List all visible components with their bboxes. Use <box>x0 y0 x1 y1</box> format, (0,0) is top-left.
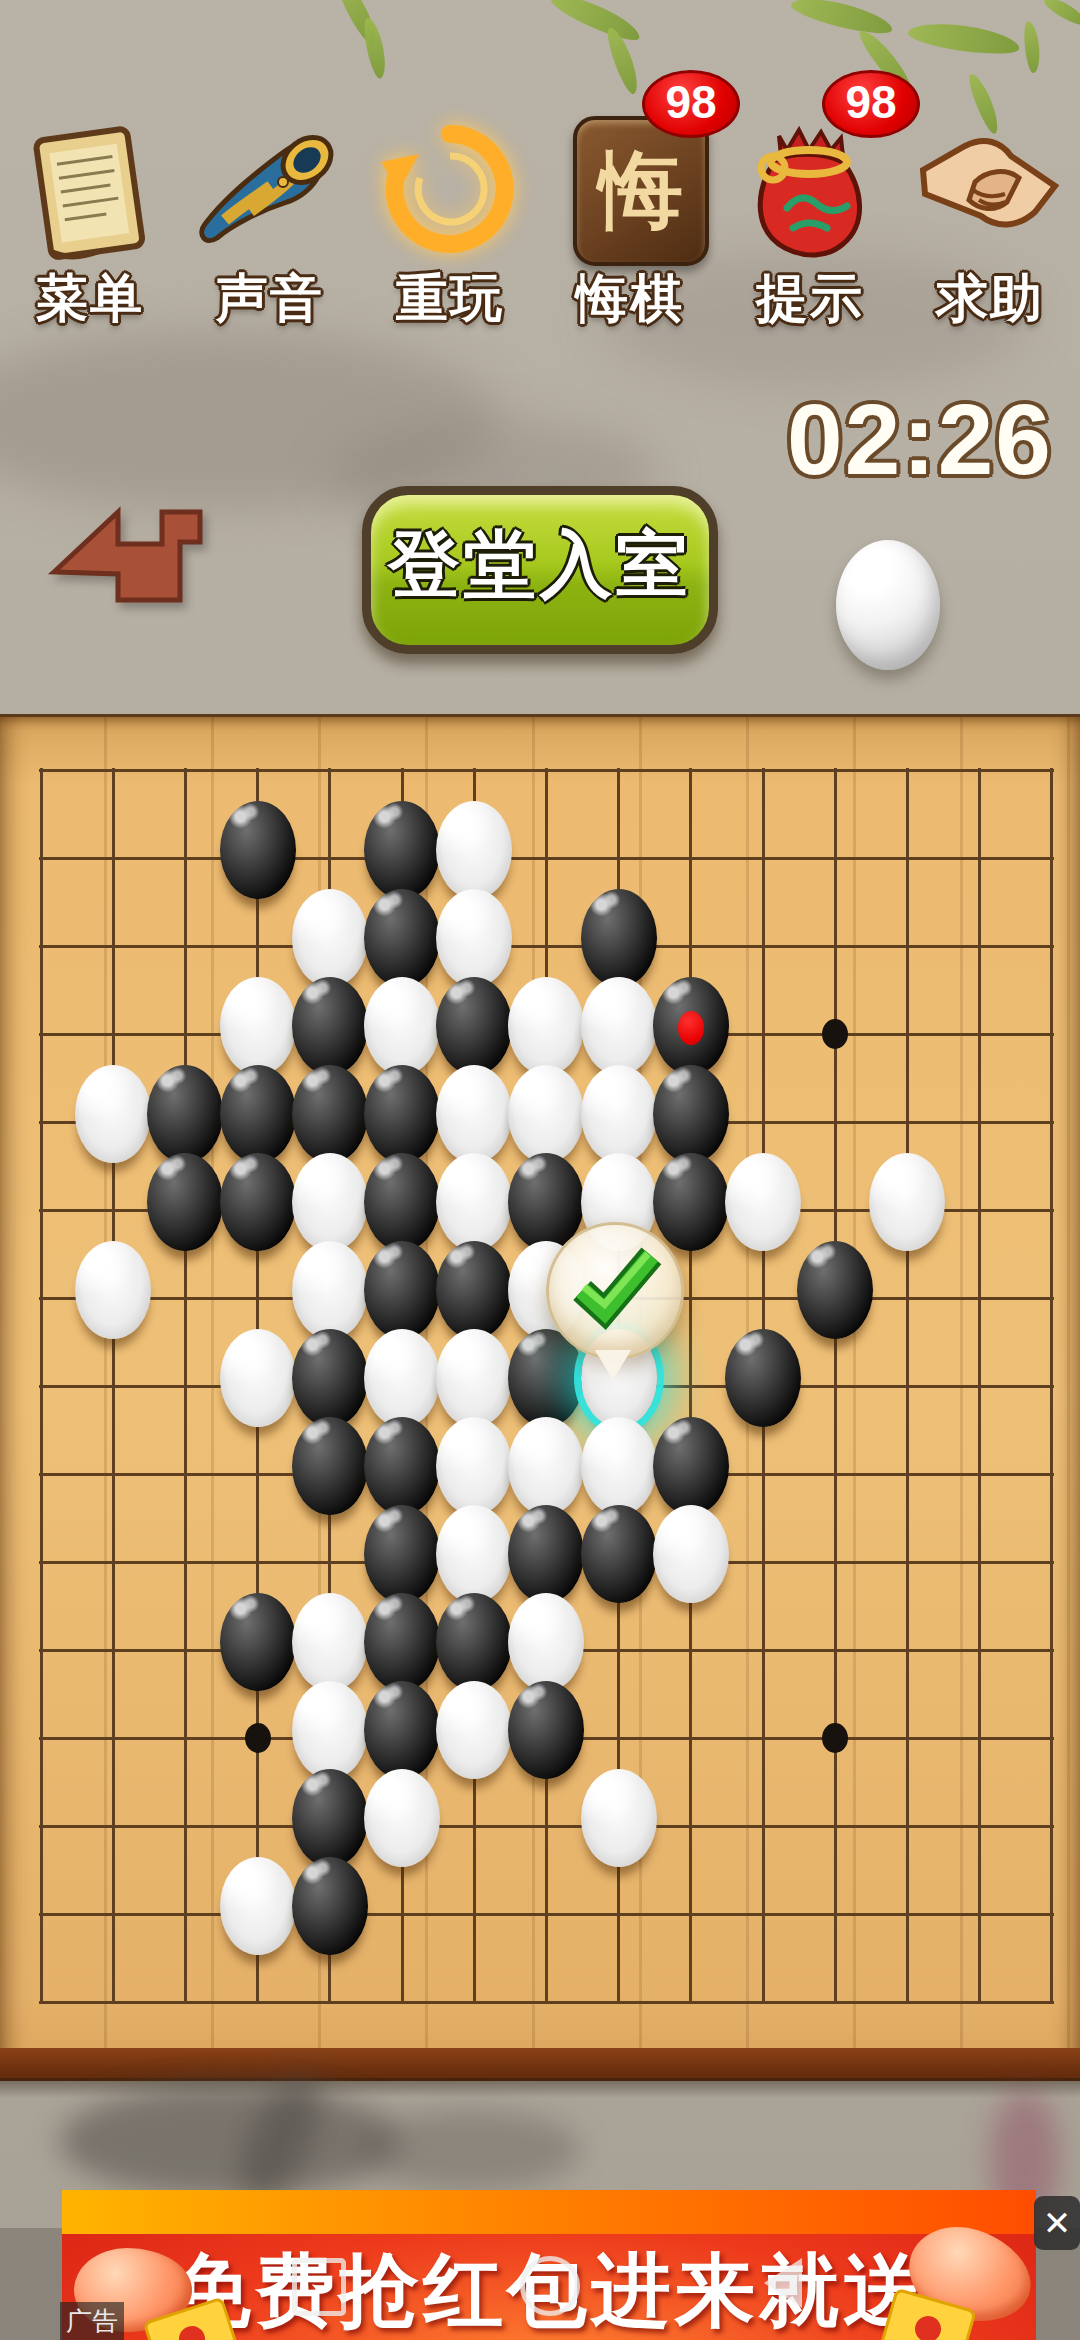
sound-label: 声音 <box>180 264 360 334</box>
game-timer: 02:26 <box>780 382 1060 497</box>
next-player-white-stone <box>836 540 940 670</box>
bamboo-leaf-decor <box>548 0 645 47</box>
home-circle-icon[interactable] <box>520 2256 580 2316</box>
replay-button[interactable]: 重玩 <box>360 86 540 336</box>
bamboo-leaf-decor <box>789 0 895 39</box>
swirl-arrow-icon <box>375 116 525 266</box>
ad-label: 广告 <box>60 2302 124 2340</box>
red-pouch-icon <box>735 116 885 266</box>
help-button[interactable]: 求助 <box>900 86 1080 336</box>
hui-character-icon: 悔 <box>566 116 716 266</box>
hint-label: 提示 <box>720 264 900 334</box>
bamboo-leaf-decor <box>361 16 390 80</box>
back-triangle-icon[interactable] <box>756 2254 810 2312</box>
handshake-icon <box>915 116 1065 266</box>
toolbar: 菜单 声音 <box>0 86 1080 336</box>
ink-tree-decor <box>360 2110 580 2190</box>
sound-button[interactable]: 声音 <box>180 86 360 336</box>
confirm-move-button[interactable] <box>546 1222 684 1360</box>
ink-tree-decor <box>60 2086 400 2196</box>
back-button[interactable] <box>44 478 224 638</box>
hint-count-badge: 98 <box>822 70 920 138</box>
help-label: 求助 <box>900 264 1080 334</box>
horn-icon <box>195 116 345 266</box>
undo-label: 悔棋 <box>540 264 720 334</box>
menu-label: 菜单 <box>0 264 180 334</box>
recents-square-icon[interactable] <box>292 2258 346 2316</box>
bamboo-leaf-decor <box>1022 20 1041 73</box>
undo-count-badge: 98 <box>642 70 740 138</box>
scroll-icon <box>15 116 165 266</box>
board-front-edge <box>0 2048 1080 2081</box>
wood-grain-decor <box>0 717 1080 2081</box>
undo-button[interactable]: 98 悔 悔棋 <box>540 86 720 336</box>
ad-close-button[interactable]: ✕ <box>1034 2196 1080 2250</box>
app-screen: 菜单 声音 <box>0 0 1080 2340</box>
replay-label: 重玩 <box>360 264 540 334</box>
gomoku-board[interactable] <box>0 714 1080 2081</box>
hint-button[interactable]: 98 提示 <box>720 86 900 336</box>
bamboo-leaf-decor <box>907 18 1021 58</box>
ad-top-stripe <box>62 2190 1036 2234</box>
menu-button[interactable]: 菜单 <box>0 86 180 336</box>
level-button[interactable]: 登堂入室 <box>362 486 718 654</box>
bamboo-leaf-decor <box>1042 0 1080 29</box>
